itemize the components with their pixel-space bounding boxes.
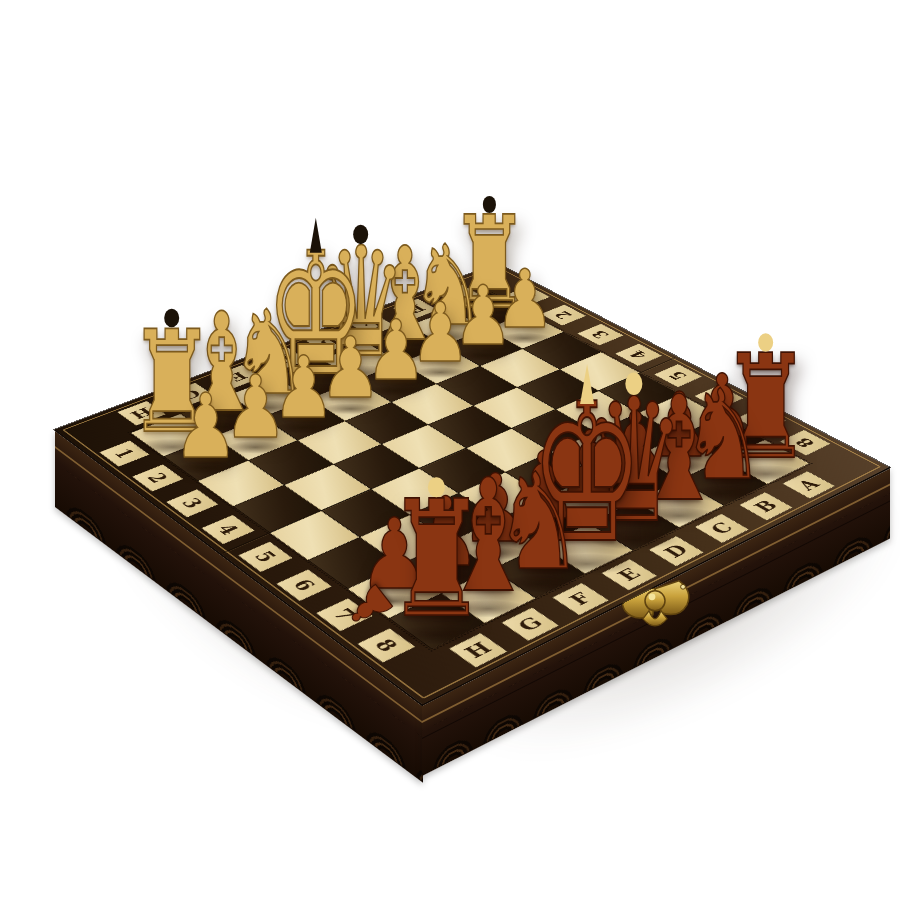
- rank-label-left-6-text: 6: [287, 576, 320, 594]
- rank-label-left-3-text: 3: [176, 495, 208, 511]
- white-pawn-h2[interactable]: ♟: [173, 396, 238, 469]
- finial-icon: [310, 217, 322, 252]
- finial-icon: [428, 477, 445, 498]
- rank-label-right-3-text: 3: [587, 328, 614, 340]
- pawn-glyph: ♟: [173, 381, 238, 470]
- black-rook-h8[interactable]: ♜: [386, 524, 487, 637]
- rank-label-left-4-text: 4: [212, 521, 244, 538]
- rank-label-left-5-text: 5: [249, 548, 282, 565]
- rank-label-left-2-text: 2: [142, 470, 173, 485]
- photo-of-chess-set: 1122334455667788HHGGFFEEDDCCBBAA: [0, 0, 900, 900]
- finial-icon: [758, 333, 773, 352]
- finial-icon: [165, 309, 180, 327]
- finial-icon: [580, 365, 594, 405]
- finial-icon: [483, 196, 497, 213]
- rook-glyph: ♜: [386, 480, 487, 640]
